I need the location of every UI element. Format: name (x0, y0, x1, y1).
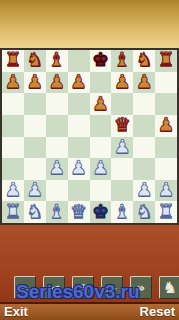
square-a8[interactable]: ♜ (2, 50, 24, 72)
square-d1[interactable]: ♛ (68, 201, 90, 223)
piece-black-rook: ♜ (4, 50, 21, 70)
piece-black-knight: ♞ (136, 50, 153, 70)
square-c8[interactable]: ♝ (46, 50, 68, 72)
hint-knight-icon: ♞ (163, 280, 177, 296)
square-d8[interactable] (68, 50, 90, 72)
piece-black-pawn: ♟ (158, 115, 175, 135)
piece-white-knight: ♞ (136, 201, 153, 221)
square-b7[interactable]: ♟ (24, 72, 46, 94)
piece-black-king: ♚ (92, 50, 109, 70)
square-c3[interactable]: ♟ (46, 158, 68, 180)
piece-white-pawn: ♟ (48, 158, 65, 178)
piece-white-knight: ♞ (26, 201, 43, 221)
square-e7[interactable] (90, 72, 112, 94)
square-c4[interactable] (46, 137, 68, 159)
square-e5[interactable] (90, 115, 112, 137)
piece-white-pawn: ♟ (92, 158, 109, 178)
piece-black-bishop: ♝ (114, 50, 131, 70)
step-back-button[interactable]: ◄ (43, 276, 65, 299)
square-h6[interactable] (155, 93, 177, 115)
jump-to-start-button[interactable]: « (14, 276, 36, 299)
piece-black-pawn: ♟ (4, 72, 21, 92)
piece-black-knight: ♞ (26, 50, 43, 70)
square-h4[interactable] (155, 137, 177, 159)
piece-white-pawn: ♟ (158, 180, 175, 200)
square-g6[interactable] (133, 93, 155, 115)
phone-screen: ♜♞♝♚♝♞♜♟♟♟♟♟♟♟♛♟♟♟♟♟♟♟♟♟♜♞♝♛♚♝♞♜ «◄▼►»♞ … (0, 0, 179, 320)
square-b6[interactable] (24, 93, 46, 115)
square-d2[interactable] (68, 180, 90, 202)
piece-white-pawn: ♟ (136, 180, 153, 200)
square-f8[interactable]: ♝ (111, 50, 133, 72)
square-b4[interactable] (24, 137, 46, 159)
piece-white-queen: ♛ (70, 201, 87, 221)
square-g3[interactable] (133, 158, 155, 180)
square-c6[interactable] (46, 93, 68, 115)
square-b5[interactable] (24, 115, 46, 137)
square-b3[interactable] (24, 158, 46, 180)
piece-black-pawn: ♟ (48, 72, 65, 92)
square-f4[interactable]: ♟ (111, 137, 133, 159)
square-d3[interactable]: ♟ (68, 158, 90, 180)
piece-white-bishop: ♝ (48, 201, 65, 221)
square-b8[interactable]: ♞ (24, 50, 46, 72)
square-e4[interactable] (90, 137, 112, 159)
square-e3[interactable]: ♟ (90, 158, 112, 180)
current-move-button[interactable]: ▼ (72, 276, 94, 299)
square-a3[interactable] (2, 158, 24, 180)
chess-board: ♜♞♝♚♝♞♜♟♟♟♟♟♟♟♛♟♟♟♟♟♟♟♟♟♜♞♝♛♚♝♞♜ (0, 48, 179, 225)
piece-black-pawn: ♟ (92, 93, 109, 113)
piece-white-bishop: ♝ (114, 201, 131, 221)
square-a2[interactable]: ♟ (2, 180, 24, 202)
piece-white-pawn: ♟ (26, 180, 43, 200)
square-d7[interactable]: ♟ (68, 72, 90, 94)
square-g5[interactable] (133, 115, 155, 137)
piece-white-rook: ♜ (4, 201, 21, 221)
square-a4[interactable] (2, 137, 24, 159)
step-back-icon: ◄ (49, 281, 59, 294)
piece-white-pawn: ♟ (4, 180, 21, 200)
square-h5[interactable]: ♟ (155, 115, 177, 137)
square-h2[interactable]: ♟ (155, 180, 177, 202)
piece-black-pawn: ♟ (70, 72, 87, 92)
piece-black-pawn: ♟ (114, 72, 131, 92)
square-h3[interactable] (155, 158, 177, 180)
square-g1[interactable]: ♞ (133, 201, 155, 223)
piece-black-queen: ♛ (114, 115, 131, 135)
square-e2[interactable] (90, 180, 112, 202)
softkey-bar: Exit Reset (0, 302, 179, 320)
square-d4[interactable] (68, 137, 90, 159)
status-area (0, 0, 179, 48)
square-f2[interactable] (111, 180, 133, 202)
square-a6[interactable] (2, 93, 24, 115)
square-b1[interactable]: ♞ (24, 201, 46, 223)
square-e6[interactable]: ♟ (90, 93, 112, 115)
square-h1[interactable]: ♜ (155, 201, 177, 223)
exit-softkey[interactable]: Exit (4, 304, 28, 320)
square-c5[interactable] (46, 115, 68, 137)
square-g8[interactable]: ♞ (133, 50, 155, 72)
square-h8[interactable]: ♜ (155, 50, 177, 72)
square-f5[interactable]: ♛ (111, 115, 133, 137)
jump-to-end-button[interactable]: » (130, 276, 152, 299)
square-g2[interactable]: ♟ (133, 180, 155, 202)
square-g7[interactable]: ♟ (133, 72, 155, 94)
piece-black-rook: ♜ (158, 50, 175, 70)
square-a1[interactable]: ♜ (2, 201, 24, 223)
square-a7[interactable]: ♟ (2, 72, 24, 94)
piece-black-pawn: ♟ (26, 72, 43, 92)
piece-black-pawn: ♟ (136, 72, 153, 92)
step-forward-icon: ► (107, 281, 117, 294)
jump-to-end-icon: » (137, 281, 145, 294)
square-f3[interactable] (111, 158, 133, 180)
square-e8[interactable]: ♚ (90, 50, 112, 72)
jump-to-start-icon: « (21, 281, 29, 294)
square-d6[interactable] (68, 93, 90, 115)
piece-white-rook: ♜ (158, 201, 175, 221)
square-g4[interactable] (133, 137, 155, 159)
square-e1[interactable]: ♚ (90, 201, 112, 223)
square-b2[interactable]: ♟ (24, 180, 46, 202)
square-d5[interactable] (68, 115, 90, 137)
reset-softkey[interactable]: Reset (140, 304, 175, 320)
square-f7[interactable]: ♟ (111, 72, 133, 94)
piece-white-pawn: ♟ (114, 137, 131, 157)
step-forward-button[interactable]: ► (101, 276, 123, 299)
square-h7[interactable] (155, 72, 177, 94)
control-area: «◄▼►»♞ Series60v3.ru Exit Reset (0, 227, 179, 320)
square-f6[interactable] (111, 93, 133, 115)
square-f1[interactable]: ♝ (111, 201, 133, 223)
piece-white-pawn: ♟ (70, 158, 87, 178)
piece-black-bishop: ♝ (48, 50, 65, 70)
square-c2[interactable] (46, 180, 68, 202)
current-move-icon: ▼ (79, 283, 87, 293)
hint-knight-button[interactable]: ♞ (159, 276, 179, 299)
square-a5[interactable] (2, 115, 24, 137)
square-c1[interactable]: ♝ (46, 201, 68, 223)
piece-white-king: ♚ (92, 201, 109, 221)
move-navigation-toolbar: «◄▼►»♞ (14, 276, 179, 299)
square-c7[interactable]: ♟ (46, 72, 68, 94)
